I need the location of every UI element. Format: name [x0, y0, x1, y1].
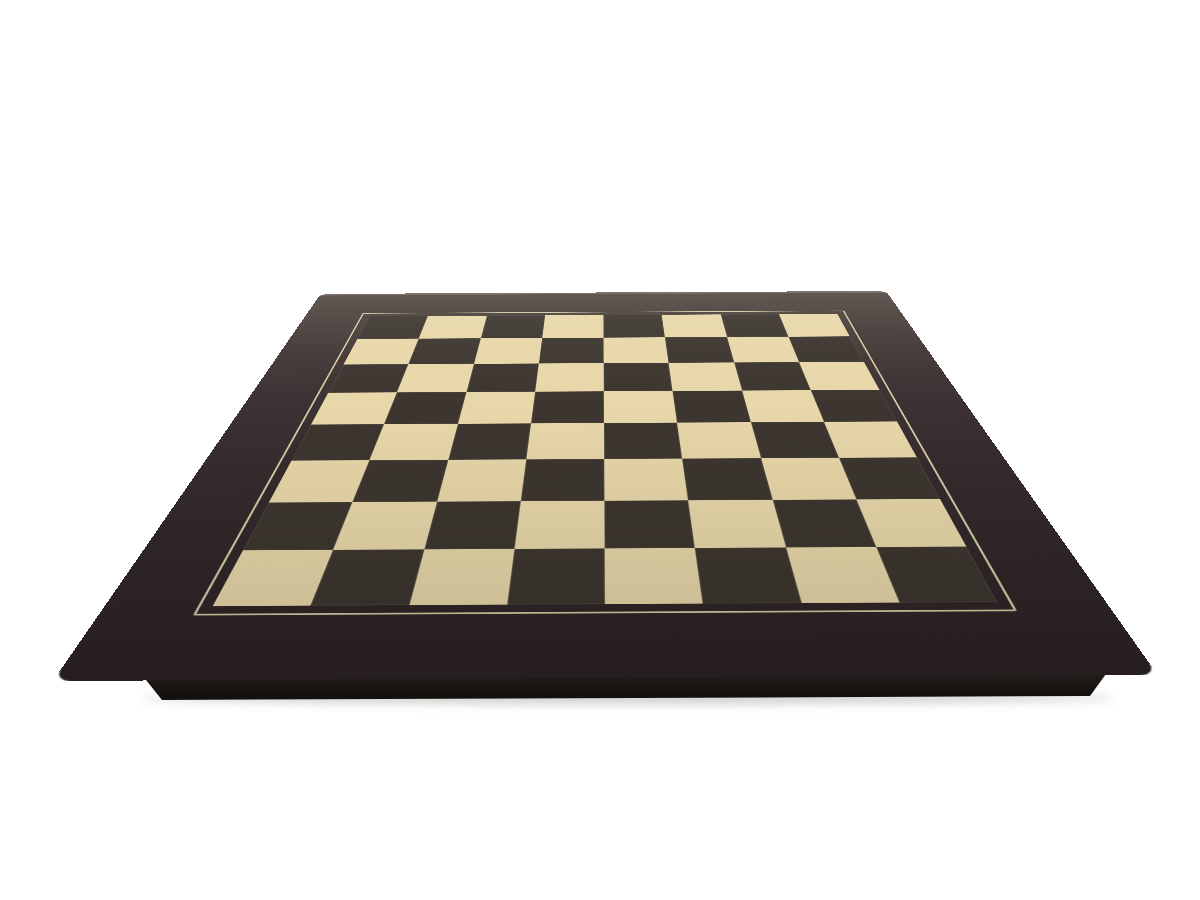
square-g5[interactable] [742, 390, 824, 422]
square-b3[interactable] [353, 460, 448, 502]
square-e6[interactable] [604, 363, 673, 392]
square-h3[interactable] [839, 457, 940, 499]
square-h4[interactable] [824, 421, 917, 457]
square-e3[interactable] [604, 459, 688, 501]
square-g8[interactable] [720, 314, 788, 337]
square-b2[interactable] [333, 501, 436, 549]
square-f1[interactable] [695, 547, 801, 603]
square-e2[interactable] [604, 500, 695, 548]
square-a7[interactable] [344, 339, 419, 365]
chess-board [53, 291, 1158, 681]
playing-field [213, 314, 998, 606]
square-f8[interactable] [662, 314, 727, 337]
square-a5[interactable] [311, 392, 397, 424]
square-e5[interactable] [604, 391, 677, 423]
square-b6[interactable] [397, 364, 473, 393]
square-d3[interactable] [521, 459, 605, 501]
product-photo-scene [0, 0, 1200, 900]
square-e4[interactable] [604, 423, 682, 459]
square-h2[interactable] [856, 499, 966, 547]
square-f7[interactable] [665, 337, 734, 363]
square-c5[interactable] [458, 392, 535, 424]
square-f2[interactable] [688, 500, 785, 548]
square-b8[interactable] [419, 316, 487, 339]
square-d6[interactable] [535, 363, 604, 392]
square-c2[interactable] [424, 501, 521, 549]
square-h5[interactable] [811, 390, 897, 422]
square-c6[interactable] [466, 363, 539, 392]
square-d2[interactable] [514, 500, 604, 548]
square-f4[interactable] [677, 422, 760, 458]
square-c7[interactable] [474, 338, 542, 364]
square-h6[interactable] [799, 362, 880, 391]
square-e8[interactable] [603, 315, 665, 338]
square-e1[interactable] [605, 548, 703, 604]
square-c1[interactable] [409, 549, 514, 605]
square-a8[interactable] [357, 316, 428, 339]
square-f3[interactable] [682, 458, 772, 500]
square-g7[interactable] [727, 337, 799, 363]
square-d4[interactable] [526, 423, 604, 460]
square-b5[interactable] [384, 392, 466, 424]
square-c3[interactable] [437, 460, 526, 502]
square-c4[interactable] [448, 423, 531, 460]
square-d5[interactable] [531, 391, 604, 423]
square-b4[interactable] [370, 424, 458, 461]
square-b7[interactable] [409, 338, 481, 364]
square-f6[interactable] [669, 362, 742, 391]
square-e7[interactable] [604, 337, 669, 363]
square-a6[interactable] [328, 364, 408, 393]
square-g6[interactable] [734, 362, 811, 391]
square-d8[interactable] [542, 315, 604, 338]
square-h7[interactable] [788, 336, 864, 362]
square-c8[interactable] [480, 315, 545, 338]
square-d7[interactable] [539, 338, 604, 364]
square-h8[interactable] [779, 314, 850, 337]
square-d1[interactable] [507, 548, 605, 604]
square-f5[interactable] [673, 390, 751, 422]
